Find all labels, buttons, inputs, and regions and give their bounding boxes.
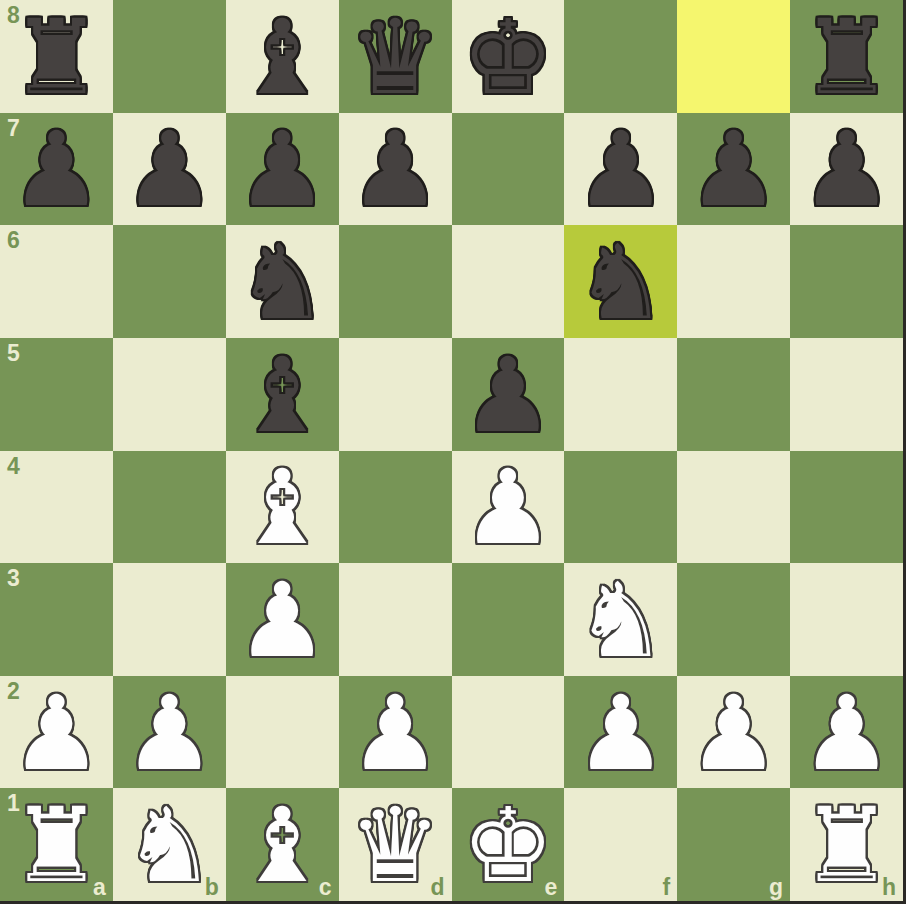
- square-g5[interactable]: [677, 338, 790, 451]
- piece-black-pawn[interactable]: ♟: [236, 118, 328, 221]
- square-g7[interactable]: ♟: [677, 113, 790, 226]
- square-d6[interactable]: [339, 225, 452, 338]
- file-label-g: g: [769, 876, 783, 899]
- square-h3[interactable]: [790, 563, 903, 676]
- chess-app-window: 8♜♝♛♚♜7♟♟♟♟♟♟♟6♞♞5♝♟4♝♟3♟♞2♟♟♟♟♟♟1a♜b♞c♝…: [0, 0, 906, 904]
- square-c7[interactable]: ♟: [226, 113, 339, 226]
- piece-black-bishop[interactable]: ♝: [236, 344, 328, 447]
- square-f4[interactable]: [564, 451, 677, 564]
- square-d3[interactable]: [339, 563, 452, 676]
- piece-white-pawn[interactable]: ♟: [688, 682, 780, 785]
- piece-white-bishop[interactable]: ♝: [236, 456, 328, 559]
- square-h7[interactable]: ♟: [790, 113, 903, 226]
- square-e3[interactable]: [452, 563, 565, 676]
- square-g2[interactable]: ♟: [677, 676, 790, 789]
- square-e4[interactable]: ♟: [452, 451, 565, 564]
- square-f1[interactable]: f: [564, 788, 677, 901]
- square-d4[interactable]: [339, 451, 452, 564]
- rank-label-6: 6: [7, 229, 20, 252]
- piece-black-knight[interactable]: ♞: [236, 231, 328, 334]
- square-g1[interactable]: g: [677, 788, 790, 901]
- square-e7[interactable]: [452, 113, 565, 226]
- square-e5[interactable]: ♟: [452, 338, 565, 451]
- piece-white-rook[interactable]: ♜: [10, 794, 102, 897]
- square-c3[interactable]: ♟: [226, 563, 339, 676]
- square-b7[interactable]: ♟: [113, 113, 226, 226]
- piece-black-pawn[interactable]: ♟: [10, 118, 102, 221]
- square-g8[interactable]: [677, 0, 790, 113]
- piece-white-pawn[interactable]: ♟: [123, 682, 215, 785]
- square-c4[interactable]: ♝: [226, 451, 339, 564]
- square-a3[interactable]: 3: [0, 563, 113, 676]
- piece-white-queen[interactable]: ♛: [349, 794, 441, 897]
- square-a4[interactable]: 4: [0, 451, 113, 564]
- chess-board: 8♜♝♛♚♜7♟♟♟♟♟♟♟6♞♞5♝♟4♝♟3♟♞2♟♟♟♟♟♟1a♜b♞c♝…: [0, 0, 903, 901]
- square-a1[interactable]: 1a♜: [0, 788, 113, 901]
- piece-black-bishop[interactable]: ♝: [236, 6, 328, 109]
- square-b3[interactable]: [113, 563, 226, 676]
- square-a8[interactable]: 8♜: [0, 0, 113, 113]
- square-c5[interactable]: ♝: [226, 338, 339, 451]
- square-g3[interactable]: [677, 563, 790, 676]
- rank-label-4: 4: [7, 455, 20, 478]
- piece-black-pawn[interactable]: ♟: [800, 118, 892, 221]
- square-e6[interactable]: [452, 225, 565, 338]
- square-d1[interactable]: d♛: [339, 788, 452, 901]
- square-c6[interactable]: ♞: [226, 225, 339, 338]
- square-c8[interactable]: ♝: [226, 0, 339, 113]
- piece-black-queen[interactable]: ♛: [349, 6, 441, 109]
- piece-black-pawn[interactable]: ♟: [462, 344, 554, 447]
- square-e8[interactable]: ♚: [452, 0, 565, 113]
- square-f3[interactable]: ♞: [564, 563, 677, 676]
- square-e2[interactable]: [452, 676, 565, 789]
- piece-white-pawn[interactable]: ♟: [575, 682, 667, 785]
- square-b5[interactable]: [113, 338, 226, 451]
- piece-black-pawn[interactable]: ♟: [349, 118, 441, 221]
- square-h1[interactable]: h♜: [790, 788, 903, 901]
- file-label-f: f: [663, 876, 671, 899]
- piece-white-knight[interactable]: ♞: [123, 794, 215, 897]
- piece-white-king[interactable]: ♚: [462, 794, 554, 897]
- square-c1[interactable]: c♝: [226, 788, 339, 901]
- square-b8[interactable]: [113, 0, 226, 113]
- square-b2[interactable]: ♟: [113, 676, 226, 789]
- square-h2[interactable]: ♟: [790, 676, 903, 789]
- rank-label-5: 5: [7, 342, 20, 365]
- square-f7[interactable]: ♟: [564, 113, 677, 226]
- piece-white-pawn[interactable]: ♟: [236, 569, 328, 672]
- square-f6[interactable]: ♞: [564, 225, 677, 338]
- square-g4[interactable]: [677, 451, 790, 564]
- piece-white-pawn[interactable]: ♟: [462, 456, 554, 559]
- piece-white-pawn[interactable]: ♟: [349, 682, 441, 785]
- square-f2[interactable]: ♟: [564, 676, 677, 789]
- square-d8[interactable]: ♛: [339, 0, 452, 113]
- square-h8[interactable]: ♜: [790, 0, 903, 113]
- square-a7[interactable]: 7♟: [0, 113, 113, 226]
- square-d7[interactable]: ♟: [339, 113, 452, 226]
- square-a5[interactable]: 5: [0, 338, 113, 451]
- piece-black-rook[interactable]: ♜: [10, 6, 102, 109]
- piece-black-pawn[interactable]: ♟: [123, 118, 215, 221]
- piece-black-king[interactable]: ♚: [462, 6, 554, 109]
- square-d2[interactable]: ♟: [339, 676, 452, 789]
- piece-white-knight[interactable]: ♞: [575, 569, 667, 672]
- square-a6[interactable]: 6: [0, 225, 113, 338]
- square-h5[interactable]: [790, 338, 903, 451]
- square-h4[interactable]: [790, 451, 903, 564]
- piece-white-pawn[interactable]: ♟: [800, 682, 892, 785]
- piece-white-rook[interactable]: ♜: [800, 794, 892, 897]
- square-b6[interactable]: [113, 225, 226, 338]
- square-h6[interactable]: [790, 225, 903, 338]
- piece-white-pawn[interactable]: ♟: [10, 682, 102, 785]
- square-b4[interactable]: [113, 451, 226, 564]
- square-f8[interactable]: [564, 0, 677, 113]
- piece-black-pawn[interactable]: ♟: [688, 118, 780, 221]
- square-f5[interactable]: [564, 338, 677, 451]
- square-d5[interactable]: [339, 338, 452, 451]
- square-c2[interactable]: [226, 676, 339, 789]
- piece-black-knight[interactable]: ♞: [575, 231, 667, 334]
- square-g6[interactable]: [677, 225, 790, 338]
- rank-label-3: 3: [7, 567, 20, 590]
- square-b1[interactable]: b♞: [113, 788, 226, 901]
- piece-white-bishop[interactable]: ♝: [236, 794, 328, 897]
- piece-black-rook[interactable]: ♜: [800, 6, 892, 109]
- piece-black-pawn[interactable]: ♟: [575, 118, 667, 221]
- square-a2[interactable]: 2♟: [0, 676, 113, 789]
- square-e1[interactable]: e♚: [452, 788, 565, 901]
